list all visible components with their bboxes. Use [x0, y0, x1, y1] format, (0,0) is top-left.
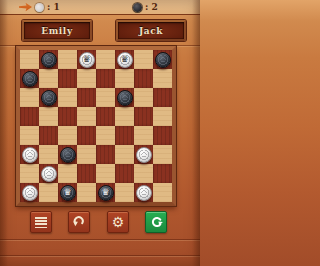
- square-r6c2[interactable]: [39, 145, 58, 164]
- square-r4c2[interactable]: [39, 107, 58, 126]
- square-r7c1[interactable]: [20, 164, 39, 183]
- square-r8c6[interactable]: [115, 183, 134, 202]
- square-r3c4[interactable]: [77, 88, 96, 107]
- piece-white-king[interactable]: ♛: [79, 52, 95, 68]
- square-r3c8[interactable]: [153, 88, 172, 107]
- turn-arrow-icon: [19, 3, 32, 12]
- piece-black-king[interactable]: ♛: [60, 185, 76, 201]
- square-r5c1[interactable]: [20, 126, 39, 145]
- square-r2c1[interactable]: [20, 69, 39, 88]
- square-r5c5[interactable]: [96, 126, 115, 145]
- square-r8c8[interactable]: [153, 183, 172, 202]
- square-r2c5[interactable]: [96, 69, 115, 88]
- square-r4c7[interactable]: [134, 107, 153, 126]
- hamburger-icon: [35, 217, 47, 228]
- white-stone-icon: [35, 3, 44, 12]
- square-r7c3[interactable]: [58, 164, 77, 183]
- square-r7c7[interactable]: [134, 164, 153, 183]
- square-r5c3[interactable]: [58, 126, 77, 145]
- black-score: : 2: [145, 2, 158, 12]
- square-r4c1[interactable]: [20, 107, 39, 126]
- toolbar: ⚙: [0, 211, 200, 233]
- plank-line: [0, 239, 200, 241]
- square-r7c2[interactable]: [39, 164, 58, 183]
- square-r6c6[interactable]: [115, 145, 134, 164]
- black-score-group: : 2: [133, 0, 158, 14]
- square-r2c3[interactable]: [58, 69, 77, 88]
- menu-button[interactable]: [30, 211, 52, 233]
- piece-black-man[interactable]: [41, 52, 57, 68]
- square-r3c1[interactable]: [20, 88, 39, 107]
- square-r3c7[interactable]: [134, 88, 153, 107]
- square-r5c7[interactable]: [134, 126, 153, 145]
- piece-black-king[interactable]: ♛: [98, 185, 114, 201]
- square-r8c7[interactable]: [134, 183, 153, 202]
- square-r6c1[interactable]: [20, 145, 39, 164]
- piece-black-man[interactable]: [41, 90, 57, 106]
- undo-button[interactable]: [68, 211, 90, 233]
- black-stone-icon: [133, 3, 142, 12]
- crown-icon: ♛: [99, 186, 113, 200]
- square-r1c8[interactable]: [153, 50, 172, 69]
- square-r6c8[interactable]: [153, 145, 172, 164]
- white-score-group: : 1: [19, 0, 60, 14]
- crown-icon: ♛: [61, 186, 75, 200]
- gear-icon: ⚙: [112, 215, 125, 229]
- square-r8c3[interactable]: ♛: [58, 183, 77, 202]
- piece-white-man[interactable]: [41, 166, 57, 182]
- board: ♛♛♛♛: [16, 46, 176, 206]
- square-r5c8[interactable]: [153, 126, 172, 145]
- square-r6c5[interactable]: [96, 145, 115, 164]
- square-r3c3[interactable]: [58, 88, 77, 107]
- piece-black-man[interactable]: [22, 71, 38, 87]
- square-r2c4[interactable]: [77, 69, 96, 88]
- player-name-left: Emily: [41, 26, 72, 36]
- piece-black-man[interactable]: [60, 147, 76, 163]
- square-r8c2[interactable]: [39, 183, 58, 202]
- square-r1c1[interactable]: [20, 50, 39, 69]
- square-r6c7[interactable]: [134, 145, 153, 164]
- square-r8c1[interactable]: [20, 183, 39, 202]
- player-name-right: Jack: [139, 26, 163, 36]
- piece-white-man[interactable]: [136, 147, 152, 163]
- score-bar: : 1 : 2: [0, 0, 200, 15]
- player-plate-left: Emily: [22, 20, 92, 41]
- piece-white-man[interactable]: [22, 185, 38, 201]
- undo-arrow-icon: [72, 215, 86, 229]
- square-r7c6[interactable]: [115, 164, 134, 183]
- square-r2c8[interactable]: [153, 69, 172, 88]
- restart-button[interactable]: [145, 211, 167, 233]
- white-score: : 1: [47, 2, 60, 12]
- square-r5c2[interactable]: [39, 126, 58, 145]
- crown-icon: ♛: [80, 53, 94, 67]
- square-r5c6[interactable]: [115, 126, 134, 145]
- square-r4c3[interactable]: [58, 107, 77, 126]
- square-r2c2[interactable]: [39, 69, 58, 88]
- square-r2c6[interactable]: [115, 69, 134, 88]
- square-r4c6[interactable]: [115, 107, 134, 126]
- square-r8c4[interactable]: [77, 183, 96, 202]
- square-r5c4[interactable]: [77, 126, 96, 145]
- square-r1c7[interactable]: [134, 50, 153, 69]
- square-r3c2[interactable]: [39, 88, 58, 107]
- piece-white-man[interactable]: [22, 147, 38, 163]
- piece-black-man[interactable]: [155, 52, 171, 68]
- square-r1c6[interactable]: ♛: [115, 50, 134, 69]
- square-r7c4[interactable]: [77, 164, 96, 183]
- piece-black-man[interactable]: [117, 90, 133, 106]
- piece-white-king[interactable]: ♛: [117, 52, 133, 68]
- plank-line: [0, 255, 200, 257]
- refresh-icon: [149, 215, 163, 229]
- square-r1c5[interactable]: [96, 50, 115, 69]
- settings-button[interactable]: ⚙: [107, 211, 129, 233]
- square-r1c2[interactable]: [39, 50, 58, 69]
- square-r8c5[interactable]: ♛: [96, 183, 115, 202]
- piece-white-man[interactable]: [136, 185, 152, 201]
- square-r4c8[interactable]: [153, 107, 172, 126]
- square-r7c8[interactable]: [153, 164, 172, 183]
- square-r2c7[interactable]: [134, 69, 153, 88]
- crown-icon: ♛: [118, 53, 132, 67]
- square-r4c4[interactable]: [77, 107, 96, 126]
- square-r7c5[interactable]: [96, 164, 115, 183]
- square-r1c3[interactable]: [58, 50, 77, 69]
- square-r3c5[interactable]: [96, 88, 115, 107]
- square-r6c3[interactable]: [58, 145, 77, 164]
- player-plate-right: Jack: [116, 20, 186, 41]
- square-r4c5[interactable]: [96, 107, 115, 126]
- square-r6c4[interactable]: [77, 145, 96, 164]
- square-r3c6[interactable]: [115, 88, 134, 107]
- square-r1c4[interactable]: ♛: [77, 50, 96, 69]
